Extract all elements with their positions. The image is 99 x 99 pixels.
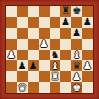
square-e6[interactable] xyxy=(50,28,61,39)
chess-board: ♜♚♟♟♟♟♟♞♝♟♟♝♛♟♜♟♛♚ xyxy=(5,5,94,94)
square-b8[interactable] xyxy=(17,6,28,17)
square-a4[interactable]: ♟ xyxy=(6,50,17,61)
square-c7[interactable] xyxy=(28,17,39,28)
square-d2[interactable] xyxy=(39,71,50,82)
square-a7[interactable] xyxy=(6,17,17,28)
square-c4[interactable] xyxy=(28,50,39,61)
square-f4[interactable] xyxy=(60,50,71,61)
square-g5[interactable] xyxy=(71,39,82,50)
square-h5[interactable] xyxy=(82,39,93,50)
white-rook-e2: ♜ xyxy=(50,72,59,82)
white-bishop-g4: ♝ xyxy=(72,50,81,60)
square-d1[interactable] xyxy=(39,82,50,93)
square-a6[interactable] xyxy=(6,28,17,39)
square-h6[interactable] xyxy=(82,28,93,39)
black-king-g8: ♚ xyxy=(72,6,81,16)
square-b3[interactable]: ♟ xyxy=(17,60,28,71)
square-b5[interactable] xyxy=(17,39,28,50)
square-e8[interactable] xyxy=(50,6,61,17)
black-pawn-f7: ♟ xyxy=(61,17,70,27)
square-d3[interactable] xyxy=(39,60,50,71)
white-queen-b1: ♛ xyxy=(18,83,27,93)
white-pawn-a4: ♟ xyxy=(7,50,16,60)
square-h7[interactable]: ♟ xyxy=(82,17,93,28)
square-h4[interactable] xyxy=(82,50,93,61)
square-h1[interactable] xyxy=(82,82,93,93)
white-pawn-d5: ♟ xyxy=(40,39,49,49)
square-d5[interactable]: ♟ xyxy=(39,39,50,50)
square-b4[interactable] xyxy=(17,50,28,61)
square-f5[interactable] xyxy=(60,39,71,50)
black-pawn-b3: ♟ xyxy=(18,61,27,71)
square-b7[interactable] xyxy=(17,17,28,28)
square-h8[interactable] xyxy=(82,6,93,17)
square-f7[interactable]: ♟ xyxy=(60,17,71,28)
chess-board-frame: ♜♚♟♟♟♟♟♞♝♟♟♝♛♟♜♟♛♚ xyxy=(0,0,99,99)
square-b2[interactable] xyxy=(17,71,28,82)
square-e3[interactable]: ♝ xyxy=(50,60,61,71)
square-a1[interactable] xyxy=(6,82,17,93)
square-g1[interactable]: ♚ xyxy=(71,82,82,93)
square-b6[interactable] xyxy=(17,28,28,39)
square-g3[interactable]: ♛ xyxy=(71,60,82,71)
square-g4[interactable]: ♝ xyxy=(71,50,82,61)
square-b1[interactable]: ♛ xyxy=(17,82,28,93)
black-queen-g3: ♛ xyxy=(72,61,81,71)
square-a5[interactable] xyxy=(6,39,17,50)
white-king-g1: ♚ xyxy=(72,83,81,93)
square-f8[interactable]: ♜ xyxy=(60,6,71,17)
black-pawn-c3: ♟ xyxy=(29,61,38,71)
square-g7[interactable] xyxy=(71,17,82,28)
square-g8[interactable]: ♚ xyxy=(71,6,82,17)
square-c3[interactable]: ♟ xyxy=(28,60,39,71)
square-c1[interactable] xyxy=(28,82,39,93)
square-e1[interactable] xyxy=(50,82,61,93)
square-e4[interactable]: ♞ xyxy=(50,50,61,61)
square-f6[interactable] xyxy=(60,28,71,39)
square-f2[interactable] xyxy=(60,71,71,82)
square-e2[interactable]: ♜ xyxy=(50,71,61,82)
square-e7[interactable] xyxy=(50,17,61,28)
square-d8[interactable] xyxy=(39,6,50,17)
square-c5[interactable] xyxy=(28,39,39,50)
square-d4[interactable] xyxy=(39,50,50,61)
black-pawn-g6: ♟ xyxy=(72,28,81,38)
square-f1[interactable] xyxy=(60,82,71,93)
white-pawn-g2: ♟ xyxy=(72,72,81,82)
square-c6[interactable] xyxy=(28,28,39,39)
white-pawn-h3: ♟ xyxy=(83,61,92,71)
square-g2[interactable]: ♟ xyxy=(71,71,82,82)
black-knight-e4: ♞ xyxy=(50,50,59,60)
square-a3[interactable] xyxy=(6,60,17,71)
square-h2[interactable] xyxy=(82,71,93,82)
square-e5[interactable] xyxy=(50,39,61,50)
square-h3[interactable]: ♟ xyxy=(82,60,93,71)
square-a2[interactable] xyxy=(6,71,17,82)
square-d6[interactable] xyxy=(39,28,50,39)
black-pawn-h7: ♟ xyxy=(83,17,92,27)
square-f3[interactable] xyxy=(60,60,71,71)
square-c8[interactable] xyxy=(28,6,39,17)
white-bishop-e3: ♝ xyxy=(50,61,59,71)
square-g6[interactable]: ♟ xyxy=(71,28,82,39)
square-c2[interactable] xyxy=(28,71,39,82)
black-rook-f8: ♜ xyxy=(61,6,70,16)
square-a8[interactable] xyxy=(6,6,17,17)
square-d7[interactable] xyxy=(39,17,50,28)
